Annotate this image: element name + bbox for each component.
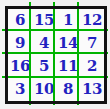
cell-r3c4: 2 [80, 55, 104, 78]
grid-horizontal-line-1 [2, 29, 108, 31]
cell-r4c4: 13 [80, 78, 104, 101]
grid-horizontal-line-3 [2, 76, 108, 78]
grid-horizontal-line-2 [2, 52, 108, 54]
magic-square-board: 61511294147165112310813 [0, 0, 110, 109]
cell-grid: 61511294147165112310813 [8, 9, 104, 101]
